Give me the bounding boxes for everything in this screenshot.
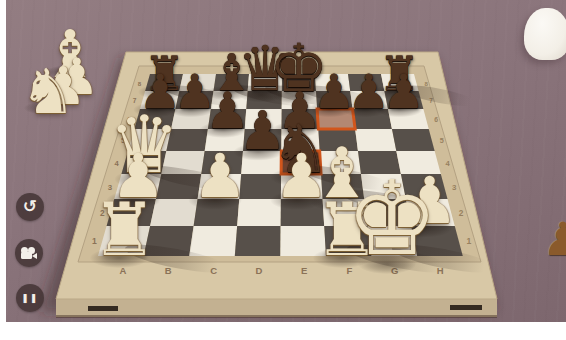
white-margin-bottom	[0, 322, 566, 340]
captured-pieces-left-tray: ♟♝♟♞	[0, 0, 566, 322]
undo-icon: ↺	[23, 196, 37, 216]
white-margin-left	[0, 0, 6, 340]
captured-piece-right-edge: ♟	[542, 216, 566, 262]
undo-button[interactable]: ↺	[16, 193, 44, 221]
white-cup	[524, 8, 566, 60]
app-window: ABCDEFGH1122334455667788 ♜♜♚♟♟♟♟♝♛♞♟♟♟♟♟…	[0, 0, 566, 340]
table-surface: ABCDEFGH1122334455667788 ♜♜♚♟♟♟♟♝♛♞♟♟♟♟♟…	[0, 0, 566, 322]
camera-button[interactable]	[15, 239, 43, 267]
camera-icon	[21, 247, 37, 259]
pause-icon: ❚❚	[21, 293, 38, 303]
pause-button[interactable]: ❚❚	[16, 284, 44, 312]
captured-white-knight: ♞	[20, 61, 76, 123]
